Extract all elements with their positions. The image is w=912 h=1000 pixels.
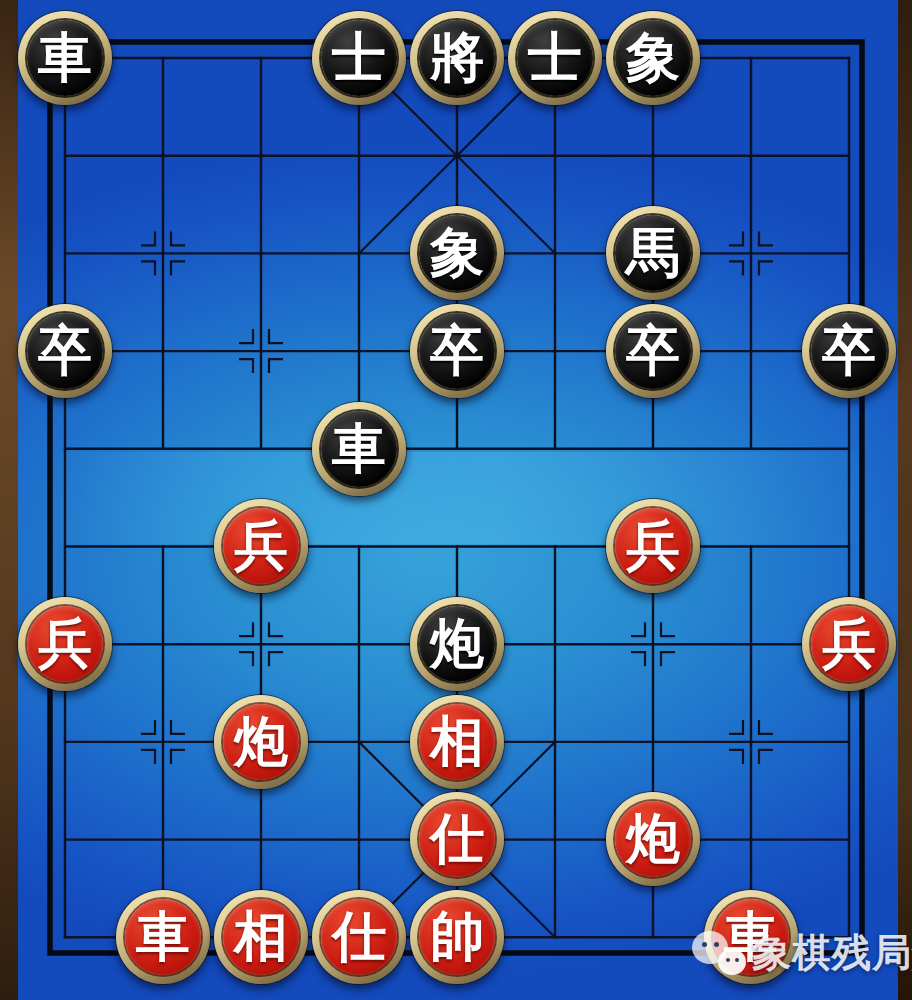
piece-glyph: 士 xyxy=(321,20,397,96)
piece-glyph: 馬 xyxy=(615,215,691,291)
piece-red-cannon[interactable]: 炮 xyxy=(606,792,700,886)
piece-red-soldier[interactable]: 兵 xyxy=(214,499,308,593)
watermark-text: 象棋残局解析 xyxy=(752,926,912,980)
piece-glyph: 兵 xyxy=(27,606,103,682)
piece-red-elephant[interactable]: 相 xyxy=(214,890,308,984)
wechat-eye xyxy=(714,942,719,947)
piece-red-cannon[interactable]: 炮 xyxy=(214,695,308,789)
xiangqi-board-photo: 車士將士象象馬卒卒卒卒車炮兵兵兵兵炮相仕炮車相仕帥車 象棋残局解析 xyxy=(0,0,912,1000)
wechat-eye xyxy=(726,958,730,962)
piece-glyph: 相 xyxy=(419,704,495,780)
piece-red-elephant[interactable]: 相 xyxy=(410,695,504,789)
watermark: 象棋残局解析 xyxy=(690,926,912,980)
piece-black-advisor[interactable]: 士 xyxy=(508,11,602,105)
piece-black-soldier[interactable]: 卒 xyxy=(410,304,504,398)
piece-red-advisor[interactable]: 仕 xyxy=(312,890,406,984)
piece-glyph: 仕 xyxy=(419,801,495,877)
piece-red-soldier[interactable]: 兵 xyxy=(802,597,896,691)
piece-red-general[interactable]: 帥 xyxy=(410,890,504,984)
piece-glyph: 車 xyxy=(321,411,397,487)
piece-black-cannon[interactable]: 炮 xyxy=(410,597,504,691)
piece-red-chariot[interactable]: 車 xyxy=(116,890,210,984)
piece-glyph: 炮 xyxy=(223,704,299,780)
piece-glyph: 炮 xyxy=(419,606,495,682)
piece-glyph: 象 xyxy=(615,20,691,96)
wechat-eye xyxy=(735,958,739,962)
piece-black-general[interactable]: 將 xyxy=(410,11,504,105)
piece-glyph: 兵 xyxy=(811,606,887,682)
piece-black-horse[interactable]: 馬 xyxy=(606,206,700,300)
piece-black-chariot[interactable]: 車 xyxy=(18,11,112,105)
piece-glyph: 卒 xyxy=(615,313,691,389)
wechat-eye xyxy=(702,942,707,947)
piece-black-elephant[interactable]: 象 xyxy=(410,206,504,300)
piece-red-advisor[interactable]: 仕 xyxy=(410,792,504,886)
piece-black-soldier[interactable]: 卒 xyxy=(802,304,896,398)
piece-glyph: 士 xyxy=(517,20,593,96)
piece-black-soldier[interactable]: 卒 xyxy=(18,304,112,398)
piece-black-elephant[interactable]: 象 xyxy=(606,11,700,105)
piece-glyph: 卒 xyxy=(419,313,495,389)
wechat-bubble-small xyxy=(718,949,746,975)
piece-glyph: 車 xyxy=(27,20,103,96)
piece-glyph: 仕 xyxy=(321,899,397,975)
piece-black-soldier[interactable]: 卒 xyxy=(606,304,700,398)
piece-glyph: 將 xyxy=(419,20,495,96)
piece-glyph: 卒 xyxy=(811,313,887,389)
piece-black-advisor[interactable]: 士 xyxy=(312,11,406,105)
xiangqi-board-grid: 車士將士象象馬卒卒卒卒車炮兵兵兵兵炮相仕炮車相仕帥車 xyxy=(16,9,898,986)
piece-glyph: 帥 xyxy=(419,899,495,975)
piece-glyph: 兵 xyxy=(223,508,299,584)
piece-black-chariot[interactable]: 車 xyxy=(312,402,406,496)
piece-glyph: 象 xyxy=(419,215,495,291)
piece-glyph: 相 xyxy=(223,899,299,975)
piece-red-soldier[interactable]: 兵 xyxy=(606,499,700,593)
piece-glyph: 炮 xyxy=(615,801,691,877)
piece-red-soldier[interactable]: 兵 xyxy=(18,597,112,691)
piece-glyph: 兵 xyxy=(615,508,691,584)
piece-glyph: 卒 xyxy=(27,313,103,389)
wechat-icon xyxy=(690,927,748,979)
piece-glyph: 車 xyxy=(125,899,201,975)
